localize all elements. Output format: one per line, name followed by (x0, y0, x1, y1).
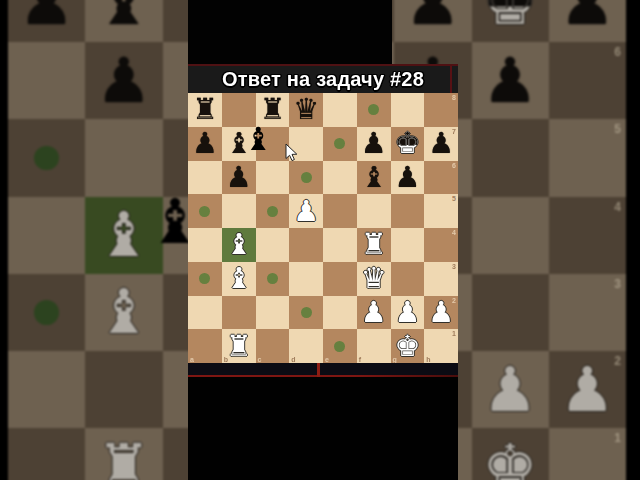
move-hint-dot (34, 146, 59, 171)
square-e8[interactable] (323, 93, 357, 127)
piece-white-pawn[interactable]: ♟ (391, 296, 425, 330)
square-d4[interactable] (289, 228, 323, 262)
square-g3[interactable] (391, 262, 425, 296)
square-h4: 4 (549, 197, 626, 274)
square-f3[interactable]: ♛ (357, 262, 391, 296)
move-hint-dot[interactable] (267, 273, 278, 284)
square-a7: ♟ (8, 0, 85, 42)
rank-label: 4 (614, 200, 621, 214)
piece-black-pawn: ♟ (472, 42, 549, 119)
square-b3: ♝ (85, 274, 162, 351)
square-b6[interactable]: ♟ (222, 161, 256, 195)
square-g6[interactable]: ♟ (391, 161, 425, 195)
square-h5: 5 (549, 119, 626, 196)
move-hint-dot[interactable] (199, 273, 210, 284)
file-label: d (291, 356, 295, 363)
square-h7[interactable]: ♟7 (424, 127, 458, 161)
square-g5 (472, 119, 549, 196)
square-f4[interactable]: ♜ (357, 228, 391, 262)
square-d2[interactable] (289, 296, 323, 330)
piece-black-pawn: ♟ (85, 42, 162, 119)
square-b2 (85, 351, 162, 428)
piece-white-rook[interactable]: ♜ (222, 329, 256, 363)
square-f6[interactable]: ♝ (357, 161, 391, 195)
file-label: e (325, 356, 329, 363)
piece-white-king: ♚ (472, 428, 549, 480)
square-g2: ♟ (472, 351, 549, 428)
square-e7[interactable] (323, 127, 357, 161)
piece-black-king: ♚♚ (472, 0, 549, 42)
piece-black-pawn: ♟ (549, 0, 626, 42)
square-c3[interactable] (256, 262, 290, 296)
square-h3: 3 (549, 274, 626, 351)
square-a2[interactable] (188, 296, 222, 330)
square-c2[interactable] (256, 296, 290, 330)
video-frame: ♜♜♛8♟♝♟♚♚♟7♟♝♟6♟5♝♝♜4♝♛3♟♟♟2♜♚1 ♝ Ответ … (0, 0, 640, 480)
square-f2[interactable]: ♟ (357, 296, 391, 330)
piece-black-bishop[interactable]: ♝ (357, 161, 391, 195)
rank-label: 1 (452, 330, 456, 337)
square-a3[interactable] (188, 262, 222, 296)
piece-black-pawn[interactable]: ♟ (357, 127, 391, 161)
square-h4[interactable]: 4 (424, 228, 458, 262)
square-g2[interactable]: ♟ (391, 296, 425, 330)
move-hint-dot (34, 300, 59, 325)
square-a2 (8, 351, 85, 428)
square-b7: ♝ (85, 0, 162, 42)
piece-white-queen[interactable]: ♛ (357, 262, 391, 296)
square-b1[interactable]: ♜b (222, 329, 256, 363)
square-e6[interactable] (323, 161, 357, 195)
rank-label: 1 (614, 431, 621, 445)
piece-white-rook[interactable]: ♜ (357, 228, 391, 262)
piece-white-bishop[interactable]: ♝ (222, 262, 256, 296)
square-g5[interactable] (391, 194, 425, 228)
square-a8[interactable]: ♜ (188, 93, 222, 127)
square-a3 (8, 274, 85, 351)
rank-label: 4 (452, 229, 456, 236)
mouse-cursor-icon (285, 143, 298, 166)
square-a1[interactable]: a (188, 329, 222, 363)
square-c1[interactable]: c (256, 329, 290, 363)
piece-white-king[interactable]: ♚ (391, 329, 425, 363)
piece-black-pawn[interactable]: ♟ (222, 161, 256, 195)
square-g7[interactable]: ♚♚ (391, 127, 425, 161)
move-hint-dot[interactable] (334, 138, 345, 149)
square-h8[interactable]: 8 (424, 93, 458, 127)
square-f1[interactable]: f (357, 329, 391, 363)
square-d8[interactable]: ♛ (289, 93, 323, 127)
square-f7[interactable]: ♟ (357, 127, 391, 161)
move-hint-dot[interactable] (334, 341, 345, 352)
chess-board: ♜♜♛8♟♝♟♚♚♟7♟♝♟6♟5♝♝♜4♝♛3♟♟♟2a♜bcdef♚g1h (188, 93, 458, 363)
rank-label: 6 (452, 162, 456, 169)
rank-label: 5 (452, 195, 456, 202)
square-g3 (472, 274, 549, 351)
square-b1: ♜ (85, 428, 162, 480)
square-a6 (8, 42, 85, 119)
move-hint-dot[interactable] (267, 206, 278, 217)
square-h2[interactable]: ♟2 (424, 296, 458, 330)
piece-white-bishop[interactable]: ♝ (222, 228, 256, 262)
square-e3[interactable] (323, 262, 357, 296)
square-h5[interactable]: 5 (424, 194, 458, 228)
piece-white-pawn[interactable]: ♟ (424, 296, 458, 330)
video-title: Ответ на задачу #28 (222, 68, 424, 91)
timeline-bar (188, 363, 458, 377)
square-a7[interactable]: ♟ (188, 127, 222, 161)
square-a1 (8, 428, 85, 480)
square-a4 (8, 197, 85, 274)
move-hint-dot[interactable] (301, 172, 312, 183)
piece-white-bishop: ♝ (85, 274, 162, 351)
square-e1[interactable]: e (323, 329, 357, 363)
square-g7: ♚♚ (472, 0, 549, 42)
square-b2[interactable] (222, 296, 256, 330)
dragged-white-bishop[interactable]: ♝ (241, 122, 275, 156)
square-a5 (8, 119, 85, 196)
square-a4[interactable] (188, 228, 222, 262)
square-h1: 1 (549, 428, 626, 480)
title-bar: Ответ на задачу #28 (188, 64, 458, 93)
square-h6: 6 (549, 42, 626, 119)
piece-black-rook[interactable]: ♜ (188, 93, 222, 127)
square-g8[interactable] (391, 93, 425, 127)
timeline-playhead[interactable] (317, 363, 320, 377)
move-hint-dot[interactable] (301, 307, 312, 318)
square-e5[interactable] (323, 194, 357, 228)
square-h3[interactable]: 3 (424, 262, 458, 296)
piece-black-king[interactable]: ♚♚ (391, 127, 425, 161)
piece-white-pawn: ♟ (472, 351, 549, 428)
piece-white-pawn[interactable]: ♟ (357, 296, 391, 330)
file-label: f (359, 356, 361, 363)
square-f5[interactable] (357, 194, 391, 228)
square-g6: ♟ (472, 42, 549, 119)
square-e4[interactable] (323, 228, 357, 262)
square-a5[interactable] (188, 194, 222, 228)
square-d5[interactable]: ♟ (289, 194, 323, 228)
piece-black-queen[interactable]: ♛ (289, 93, 323, 127)
square-g4 (472, 197, 549, 274)
piece-black-pawn: ♟ (8, 0, 85, 42)
piece-black-pawn[interactable]: ♟ (424, 127, 458, 161)
rank-label: 3 (452, 263, 456, 270)
square-c4[interactable] (256, 228, 290, 262)
bottom-black-box (188, 377, 458, 480)
rank-label: 8 (452, 94, 456, 101)
move-hint-dot[interactable] (368, 104, 379, 115)
square-f8[interactable] (357, 93, 391, 127)
file-label: h (426, 356, 430, 363)
square-h1[interactable]: 1h (424, 329, 458, 363)
file-label: c (258, 356, 262, 363)
piece-black-bishop: ♝ (85, 0, 162, 42)
piece-white-rook: ♜ (85, 428, 162, 480)
square-e2[interactable] (323, 296, 357, 330)
title-red-tick (450, 66, 452, 93)
square-d3[interactable] (289, 262, 323, 296)
piece-black-pawn[interactable]: ♟ (391, 161, 425, 195)
square-b5[interactable] (222, 194, 256, 228)
move-hint-dot[interactable] (199, 206, 210, 217)
square-g4[interactable] (391, 228, 425, 262)
square-h2: ♟2 (549, 351, 626, 428)
file-label: a (190, 356, 194, 363)
square-a6[interactable] (188, 161, 222, 195)
rank-label: 3 (614, 277, 621, 291)
foreground-video-column: Ответ на задачу #28 ♜♜♛8♟♝♟♚♚♟7♟♝♟6♟5♝♝♜… (188, 0, 458, 480)
piece-white-pawn[interactable]: ♟ (289, 194, 323, 228)
square-d1[interactable]: d (289, 329, 323, 363)
square-c5[interactable] (256, 194, 290, 228)
rank-label: 6 (614, 45, 621, 59)
square-g1: ♚ (472, 428, 549, 480)
square-b3[interactable]: ♝ (222, 262, 256, 296)
square-b4[interactable]: ♝♝ (222, 228, 256, 262)
square-h6[interactable]: 6 (424, 161, 458, 195)
piece-white-pawn: ♟ (549, 351, 626, 428)
square-b6: ♟ (85, 42, 162, 119)
square-g1[interactable]: ♚g (391, 329, 425, 363)
piece-black-pawn[interactable]: ♟ (188, 127, 222, 161)
top-black-box (188, 0, 392, 64)
rank-label: 5 (614, 122, 621, 136)
square-h7: ♟7 (549, 0, 626, 42)
